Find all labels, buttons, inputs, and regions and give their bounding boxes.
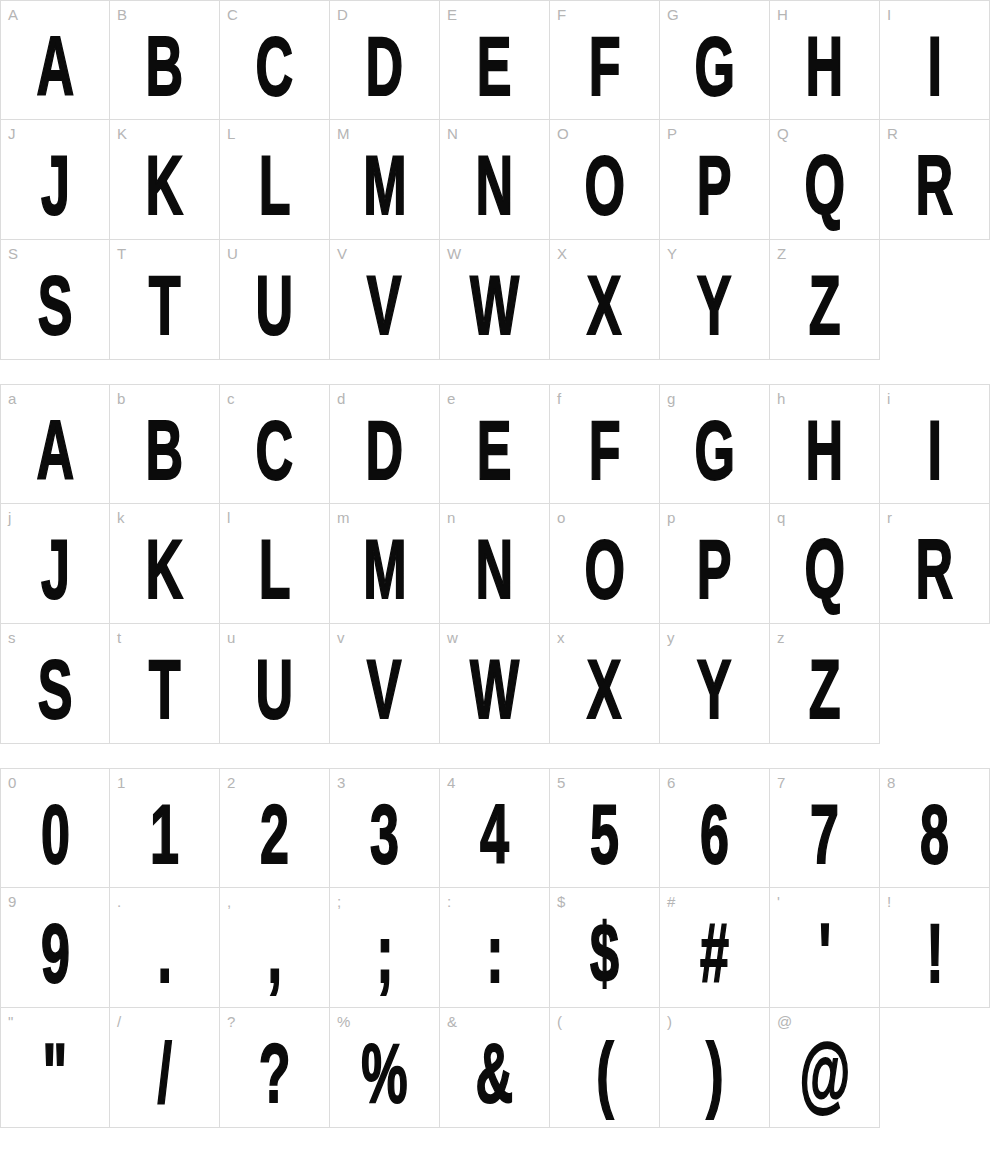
cell-glyph: 0 [1, 769, 109, 887]
cell-glyph: V [330, 240, 439, 359]
glyph-row: ""//??%%&&(())@@ [0, 1008, 990, 1128]
glyph-cell-g: gG [660, 384, 770, 504]
cell-glyph: # [660, 888, 769, 1007]
glyph-cell-4: 44 [440, 768, 550, 888]
cell-glyph-char: ' [818, 888, 830, 1018]
cell-glyph: T [110, 240, 219, 359]
glyph-row: sStTuUvVwWxXyYzZ [0, 624, 990, 744]
glyph-cell-2: 22 [220, 768, 330, 888]
cell-glyph: 6 [660, 769, 769, 887]
cell-glyph: N [440, 504, 549, 623]
cell-glyph: H [770, 385, 879, 503]
glyph-cell-": "" [0, 1008, 110, 1128]
cell-glyph: M [330, 120, 439, 239]
cell-glyph-char: 2 [260, 769, 289, 899]
glyph-cell-p: pP [660, 504, 770, 624]
cell-glyph-char: S [38, 240, 73, 370]
cell-glyph-char: % [361, 1008, 407, 1138]
cell-glyph-char: U [256, 240, 294, 370]
cell-glyph-char: Z [809, 624, 841, 754]
cell-glyph: L [220, 120, 329, 239]
cell-glyph: N [440, 120, 549, 239]
glyph-cell-o: oO [550, 504, 660, 624]
glyph-cell-k: kK [110, 504, 220, 624]
cell-glyph: Q [770, 504, 879, 623]
cell-glyph: ? [220, 1008, 329, 1127]
glyph-cell-u: uU [220, 624, 330, 744]
glyph-cell-Z: ZZ [770, 240, 880, 360]
cell-glyph: G [660, 385, 769, 503]
cell-glyph-char: . [157, 888, 171, 1018]
cell-glyph: F [550, 1, 659, 119]
cell-glyph: Q [770, 120, 879, 239]
cell-glyph-char: K [146, 504, 184, 634]
cell-glyph: 4 [440, 769, 549, 887]
glyph-cell-j: jJ [0, 504, 110, 624]
cell-glyph: S [1, 624, 109, 743]
glyph-row: JJKKLLMMNNOOPPQQRR [0, 120, 990, 240]
glyph-cell-?: ?? [220, 1008, 330, 1128]
glyph-cell-r: rR [880, 504, 990, 624]
cell-glyph-char: 1 [150, 769, 179, 899]
cell-glyph-char: A [36, 1, 74, 131]
cell-glyph: B [110, 385, 219, 503]
cell-glyph: E [440, 385, 549, 503]
cell-glyph: V [330, 624, 439, 743]
glyph-row: aAbBcCdDeEfFgGhHiI [0, 384, 990, 504]
glyph-row: 001122334455667788 [0, 768, 990, 888]
cell-glyph-char: 3 [370, 769, 399, 899]
cell-glyph-char: @ [799, 1008, 850, 1138]
glyph-cell-%: %% [330, 1008, 440, 1128]
cell-glyph: P [660, 504, 769, 623]
glyph-cell-i: iI [880, 384, 990, 504]
glyph-cell-6: 66 [660, 768, 770, 888]
glyph-cell-.: .. [110, 888, 220, 1008]
cell-glyph: D [330, 1, 439, 119]
glyph-cell-O: OO [550, 120, 660, 240]
cell-glyph: ! [880, 888, 989, 1007]
glyph-row: AABBCCDDEEFFGGHHII [0, 0, 990, 120]
cell-glyph: ) [660, 1008, 769, 1127]
cell-glyph: E [440, 1, 549, 119]
glyph-cell-3: 33 [330, 768, 440, 888]
cell-glyph: ; [330, 888, 439, 1007]
cell-glyph-char: Z [809, 240, 841, 370]
glyph-cell-e: eE [440, 384, 550, 504]
cell-glyph-char: X [587, 240, 622, 370]
cell-glyph: H [770, 1, 879, 119]
cell-glyph: G [660, 1, 769, 119]
glyph-cell-V: VV [330, 240, 440, 360]
cell-glyph: U [220, 240, 329, 359]
glyph-cell-m: mM [330, 504, 440, 624]
cell-glyph: 7 [770, 769, 879, 887]
glyph-cell-X: XX [550, 240, 660, 360]
glyph-cell-S: SS [0, 240, 110, 360]
cell-glyph-char: N [476, 120, 514, 250]
glyph-cell-C: CC [220, 0, 330, 120]
cell-glyph-char: E [477, 385, 512, 515]
glyph-cell-W: WW [440, 240, 550, 360]
cell-glyph: 1 [110, 769, 219, 887]
glyph-cell-7: 77 [770, 768, 880, 888]
cell-glyph-char: E [477, 1, 512, 131]
cell-glyph: I [880, 1, 989, 119]
glyph-cell-(: (( [550, 1008, 660, 1128]
glyph-cell-d: dD [330, 384, 440, 504]
cell-glyph: X [550, 624, 659, 743]
cell-glyph-char: " [43, 1008, 68, 1138]
cell-glyph: P [660, 120, 769, 239]
cell-glyph: Y [660, 240, 769, 359]
cell-glyph: B [110, 1, 219, 119]
glyph-row: jJkKlLmMnNoOpPqQrR [0, 504, 990, 624]
cell-glyph: ' [770, 888, 879, 1007]
cell-glyph-char: T [149, 240, 181, 370]
glyph-cell-h: hH [770, 384, 880, 504]
glyph-cell-K: KK [110, 120, 220, 240]
glyph-cell-L: LL [220, 120, 330, 240]
glyph-cell-#: ## [660, 888, 770, 1008]
cell-glyph: 3 [330, 769, 439, 887]
cell-glyph: / [110, 1008, 219, 1127]
cell-glyph-char: L [259, 504, 291, 634]
cell-glyph: W [440, 240, 549, 359]
glyph-cell-;: ;; [330, 888, 440, 1008]
glyph-cell-,: ,, [220, 888, 330, 1008]
cell-glyph-char: N [476, 504, 514, 634]
cell-glyph: " [1, 1008, 109, 1127]
glyph-cell-E: EE [440, 0, 550, 120]
glyph-cell-@: @@ [770, 1008, 880, 1128]
cell-glyph-char: H [806, 385, 844, 515]
cell-glyph-char: O [584, 120, 625, 250]
cell-glyph-char: M [363, 120, 406, 250]
glyph-cell-G: GG [660, 0, 770, 120]
cell-glyph: $ [550, 888, 659, 1007]
cell-glyph: % [330, 1008, 439, 1127]
cell-glyph: Z [770, 240, 879, 359]
cell-glyph-char: D [366, 385, 404, 515]
cell-glyph: 9 [1, 888, 109, 1007]
cell-glyph: 5 [550, 769, 659, 887]
cell-glyph: C [220, 385, 329, 503]
character-map: AABBCCDDEEFFGGHHIIJJKKLLMMNNOOPPQQRRSSTT… [0, 0, 990, 1128]
cell-glyph-char: B [146, 385, 184, 515]
cell-glyph: M [330, 504, 439, 623]
cell-glyph: U [220, 624, 329, 743]
cell-glyph: ( [550, 1008, 659, 1127]
cell-glyph-char: Q [804, 504, 845, 634]
cell-glyph-char: L [259, 120, 291, 250]
cell-glyph-char: U [256, 624, 294, 754]
glyph-row: SSTTUUVVWWXXYYZZ [0, 240, 990, 360]
glyph-cell-5: 55 [550, 768, 660, 888]
cell-glyph-char: M [363, 504, 406, 634]
cell-glyph-char: K [146, 120, 184, 250]
glyph-cell-y: yY [660, 624, 770, 744]
cell-glyph: 2 [220, 769, 329, 887]
cell-glyph-char: / [157, 1008, 171, 1138]
glyph-cell-9: 99 [0, 888, 110, 1008]
glyph-cell-R: RR [880, 120, 990, 240]
cell-glyph-char: V [367, 240, 402, 370]
cell-glyph: & [440, 1008, 549, 1127]
cell-glyph-char: G [694, 385, 735, 515]
cell-glyph: K [110, 504, 219, 623]
glyph-cell-D: DD [330, 0, 440, 120]
cell-glyph: Y [660, 624, 769, 743]
cell-glyph: K [110, 120, 219, 239]
glyph-cell-!: !! [880, 888, 990, 1008]
cell-glyph-char: & [476, 1008, 514, 1138]
glyph-cell-Q: QQ [770, 120, 880, 240]
glyph-cell-': '' [770, 888, 880, 1008]
cell-glyph-char: C [256, 385, 294, 515]
glyph-cell-I: II [880, 0, 990, 120]
cell-glyph-char: H [806, 1, 844, 131]
block-lowercase: aAbBcCdDeEfFgGhHiIjJkKlLmMnNoOpPqQrRsStT… [0, 384, 990, 744]
glyph-cell-F: FF [550, 0, 660, 120]
glyph-cell-v: vV [330, 624, 440, 744]
cell-glyph: S [1, 240, 109, 359]
glyph-cell-t: tT [110, 624, 220, 744]
cell-glyph: Z [770, 624, 879, 743]
cell-glyph: : [440, 888, 549, 1007]
glyph-cell-): )) [660, 1008, 770, 1128]
glyph-row: 99..,,;;::$$##''!! [0, 888, 990, 1008]
cell-glyph: W [440, 624, 549, 743]
cell-glyph-char: I [927, 385, 941, 515]
glyph-cell-1: 11 [110, 768, 220, 888]
glyph-cell-U: UU [220, 240, 330, 360]
block-uppercase: AABBCCDDEEFFGGHHIIJJKKLLMMNNOOPPQQRRSSTT… [0, 0, 990, 360]
cell-glyph-char: G [694, 1, 735, 131]
glyph-cell-T: TT [110, 240, 220, 360]
cell-glyph-char: P [697, 120, 732, 250]
glyph-cell-a: aA [0, 384, 110, 504]
cell-glyph: F [550, 385, 659, 503]
cell-glyph-char: 9 [41, 888, 70, 1018]
glyph-cell-l: lL [220, 504, 330, 624]
glyph-cell-b: bB [110, 384, 220, 504]
cell-glyph-char: Y [697, 624, 732, 754]
glyph-cell-H: HH [770, 0, 880, 120]
cell-glyph-char: ; [376, 888, 393, 1018]
cell-glyph-char: # [700, 888, 729, 1018]
cell-glyph: D [330, 385, 439, 503]
glyph-cell-8: 88 [880, 768, 990, 888]
cell-glyph: J [1, 504, 109, 623]
cell-glyph: 8 [880, 769, 989, 887]
glyph-cell-z: zZ [770, 624, 880, 744]
glyph-cell-q: qQ [770, 504, 880, 624]
cell-glyph: , [220, 888, 329, 1007]
cell-glyph-char: ? [259, 1008, 291, 1138]
glyph-cell-Y: YY [660, 240, 770, 360]
cell-glyph: O [550, 504, 659, 623]
glyph-cell-&: && [440, 1008, 550, 1128]
cell-glyph-char: P [697, 504, 732, 634]
cell-glyph-char: T [149, 624, 181, 754]
glyph-cell-/: // [110, 1008, 220, 1128]
glyph-cell-B: BB [110, 0, 220, 120]
cell-glyph-char: J [41, 120, 70, 250]
cell-glyph: A [1, 1, 109, 119]
glyph-cell-:: :: [440, 888, 550, 1008]
cell-glyph-char: F [589, 385, 621, 515]
cell-glyph-char: 0 [41, 769, 70, 899]
cell-glyph-char: X [587, 624, 622, 754]
glyph-cell-J: JJ [0, 120, 110, 240]
glyph-cell-$: $$ [550, 888, 660, 1008]
glyph-cell-x: xX [550, 624, 660, 744]
cell-glyph-char: $ [590, 888, 619, 1018]
cell-glyph-char: 8 [920, 769, 949, 899]
cell-glyph: O [550, 120, 659, 239]
cell-glyph-char: ! [926, 888, 943, 1018]
cell-glyph-char: 4 [480, 769, 509, 899]
cell-glyph-char: ) [706, 1008, 723, 1138]
cell-glyph-char: J [41, 504, 70, 634]
glyph-cell-c: cC [220, 384, 330, 504]
glyph-cell-n: nN [440, 504, 550, 624]
cell-glyph-char: O [584, 504, 625, 634]
cell-glyph-char: Q [804, 120, 845, 250]
cell-glyph: X [550, 240, 659, 359]
glyph-cell-0: 00 [0, 768, 110, 888]
cell-glyph-char: ( [596, 1008, 613, 1138]
cell-glyph-char: 5 [590, 769, 619, 899]
cell-glyph: . [110, 888, 219, 1007]
cell-glyph: @ [770, 1008, 879, 1127]
cell-glyph-char: A [36, 385, 74, 515]
cell-glyph-char: W [470, 624, 519, 754]
block-numbers-punctuation: 00112233445566778899..,,;;::$$##''!!""//… [0, 768, 990, 1128]
cell-glyph-char: V [367, 624, 402, 754]
cell-glyph-char: D [366, 1, 404, 131]
cell-glyph-char: W [470, 240, 519, 370]
cell-glyph-char: : [486, 888, 503, 1018]
cell-glyph: A [1, 385, 109, 503]
cell-glyph: R [880, 504, 989, 623]
cell-glyph-char: R [916, 504, 954, 634]
cell-glyph: C [220, 1, 329, 119]
cell-glyph-char: 6 [700, 769, 729, 899]
glyph-cell-A: AA [0, 0, 110, 120]
cell-glyph: I [880, 385, 989, 503]
glyph-cell-P: PP [660, 120, 770, 240]
cell-glyph-char: Y [697, 240, 732, 370]
glyph-cell-f: fF [550, 384, 660, 504]
glyph-cell-s: sS [0, 624, 110, 744]
cell-glyph-char: , [267, 888, 281, 1018]
glyph-cell-N: NN [440, 120, 550, 240]
cell-glyph: L [220, 504, 329, 623]
cell-glyph-char: C [256, 1, 294, 131]
cell-glyph-char: 7 [810, 769, 839, 899]
glyph-cell-M: MM [330, 120, 440, 240]
cell-glyph-char: B [146, 1, 184, 131]
cell-glyph: R [880, 120, 989, 239]
cell-glyph: J [1, 120, 109, 239]
cell-glyph-char: R [916, 120, 954, 250]
cell-glyph-char: I [927, 1, 941, 131]
glyph-cell-w: wW [440, 624, 550, 744]
cell-glyph-char: F [589, 1, 621, 131]
cell-glyph-char: S [38, 624, 73, 754]
cell-glyph: T [110, 624, 219, 743]
